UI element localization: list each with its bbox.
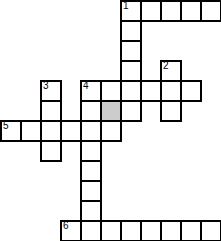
blocked-cell <box>100 100 122 122</box>
grid-cell[interactable] <box>160 0 182 22</box>
grid-cell[interactable]: 4 <box>80 80 102 102</box>
grid-cell[interactable] <box>140 80 162 102</box>
grid-cell[interactable] <box>140 0 162 22</box>
grid-cell[interactable] <box>120 220 142 241</box>
grid-cell[interactable] <box>200 220 221 241</box>
grid-cell[interactable] <box>120 80 142 102</box>
grid-cell[interactable]: 3 <box>40 80 62 102</box>
grid-cell[interactable] <box>60 120 82 142</box>
grid-cell[interactable]: 1 <box>120 0 142 22</box>
grid-cell[interactable] <box>80 200 102 222</box>
grid-cell[interactable] <box>180 220 202 241</box>
clue-number: 5 <box>3 121 9 131</box>
grid-cell[interactable] <box>200 0 221 22</box>
grid-cell[interactable] <box>160 220 182 241</box>
grid-cell[interactable] <box>40 120 62 142</box>
grid-cell[interactable]: 2 <box>160 60 182 82</box>
grid-cell[interactable] <box>120 60 142 82</box>
grid-cell[interactable] <box>120 40 142 62</box>
grid-cell[interactable] <box>80 140 102 162</box>
grid-cell[interactable] <box>80 100 102 122</box>
grid-cell[interactable] <box>100 220 122 241</box>
grid-cell[interactable] <box>180 80 202 102</box>
clue-number: 6 <box>63 221 69 231</box>
grid-cell[interactable] <box>160 100 182 122</box>
grid-cell[interactable] <box>80 160 102 182</box>
clue-number: 2 <box>163 61 169 71</box>
grid-cell[interactable] <box>160 80 182 102</box>
clue-number: 4 <box>83 81 89 91</box>
grid-cell[interactable] <box>180 0 202 22</box>
grid-cell[interactable] <box>140 220 162 241</box>
grid-cell[interactable] <box>20 120 42 142</box>
grid-cell[interactable]: 6 <box>60 220 82 241</box>
grid-cell[interactable] <box>100 80 122 102</box>
clue-number: 1 <box>123 1 129 11</box>
clue-number: 3 <box>43 81 49 91</box>
crossword-grid: 123456 <box>0 0 221 241</box>
grid-cell[interactable] <box>80 220 102 241</box>
grid-cell[interactable] <box>40 100 62 122</box>
grid-cell[interactable] <box>80 180 102 202</box>
grid-cell[interactable] <box>80 120 102 142</box>
grid-cell[interactable] <box>40 140 62 162</box>
grid-cell[interactable] <box>100 120 122 142</box>
grid-cell[interactable] <box>120 20 142 42</box>
grid-cell[interactable]: 5 <box>0 120 22 142</box>
grid-cell[interactable] <box>120 100 142 122</box>
